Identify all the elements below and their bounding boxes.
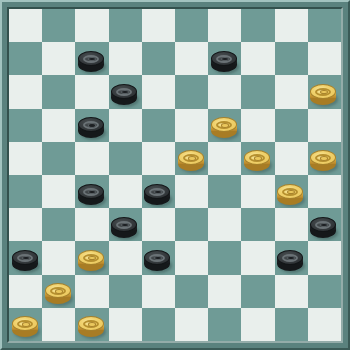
dark-piece[interactable]: ⛂ — [111, 84, 137, 105]
square-r0c0[interactable] — [9, 9, 42, 42]
square-r7c2[interactable]: ⛀ — [75, 241, 108, 274]
piece-center-ring — [221, 123, 229, 128]
piece-top-face — [78, 184, 104, 199]
dark-piece[interactable]: ⛂ — [144, 184, 170, 205]
square-r5c5[interactable] — [175, 175, 208, 208]
square-r4c4[interactable] — [142, 142, 175, 175]
square-r8c7[interactable] — [241, 275, 274, 308]
square-r6c2[interactable] — [75, 208, 108, 241]
square-r9c3[interactable] — [109, 308, 142, 341]
piece-top-face — [144, 184, 170, 199]
piece-top-face — [12, 250, 38, 265]
dark-piece[interactable]: ⛂ — [78, 117, 104, 138]
light-piece[interactable]: ⛀ — [310, 150, 336, 171]
dark-piece[interactable]: ⛂ — [78, 184, 104, 205]
square-r3c1[interactable] — [42, 109, 75, 142]
square-r2c0[interactable] — [9, 75, 42, 108]
piece-center-ring — [22, 322, 30, 327]
square-r8c6[interactable] — [208, 275, 241, 308]
square-r0c1[interactable] — [42, 9, 75, 42]
square-r2c2[interactable] — [75, 75, 108, 108]
square-r0c6[interactable] — [208, 9, 241, 42]
square-r7c1[interactable] — [42, 241, 75, 274]
light-piece[interactable]: ⛀ — [12, 316, 38, 337]
square-r6c7[interactable] — [241, 208, 274, 241]
checkers-board[interactable]: ⛂⛂⛂⛀⛂⛀⛀⛀⛀⛂⛂⛀⛂⛂⛂⛀⛂⛂⛀⛀⛀ — [7, 7, 343, 343]
square-r5c2[interactable]: ⛂ — [75, 175, 108, 208]
square-r5c1[interactable] — [42, 175, 75, 208]
piece-top-face — [111, 84, 137, 99]
square-r6c8[interactable] — [275, 208, 308, 241]
square-r4c3[interactable] — [109, 142, 142, 175]
square-r1c0[interactable] — [9, 42, 42, 75]
square-r2c6[interactable] — [208, 75, 241, 108]
square-r7c5[interactable] — [175, 241, 208, 274]
square-r8c3[interactable] — [109, 275, 142, 308]
square-r9c1[interactable] — [42, 308, 75, 341]
piece-top-face — [277, 184, 303, 199]
square-r0c5[interactable] — [175, 9, 208, 42]
dark-piece[interactable]: ⛂ — [211, 51, 237, 72]
piece-center-ring — [55, 289, 63, 294]
square-r1c6[interactable]: ⛂ — [208, 42, 241, 75]
square-r2c8[interactable] — [275, 75, 308, 108]
square-r8c9[interactable] — [308, 275, 341, 308]
square-r4c8[interactable] — [275, 142, 308, 175]
piece-top-face — [310, 217, 336, 232]
screenshot-root: ⛂⛂⛂⛀⛂⛀⛀⛀⛀⛂⛂⛀⛂⛂⛂⛀⛂⛂⛀⛀⛀ — [0, 0, 350, 350]
square-r7c7[interactable] — [241, 241, 274, 274]
square-r0c9[interactable] — [308, 9, 341, 42]
square-r1c5[interactable] — [175, 42, 208, 75]
light-piece[interactable]: ⛀ — [244, 150, 270, 171]
square-r5c9[interactable] — [308, 175, 341, 208]
square-r7c8[interactable]: ⛂ — [275, 241, 308, 274]
square-r5c7[interactable] — [241, 175, 274, 208]
square-r6c0[interactable] — [9, 208, 42, 241]
piece-top-face — [211, 117, 237, 132]
square-r5c4[interactable]: ⛂ — [142, 175, 175, 208]
square-r4c0[interactable] — [9, 142, 42, 175]
piece-center-ring — [221, 57, 229, 62]
square-r3c8[interactable] — [275, 109, 308, 142]
square-r4c5[interactable]: ⛀ — [175, 142, 208, 175]
square-r3c4[interactable] — [142, 109, 175, 142]
square-r1c3[interactable] — [109, 42, 142, 75]
piece-top-face — [111, 217, 137, 232]
board-frame: ⛂⛂⛂⛀⛂⛀⛀⛀⛀⛂⛂⛀⛂⛂⛂⛀⛂⛂⛀⛀⛀ — [0, 0, 350, 350]
square-r8c4[interactable] — [142, 275, 175, 308]
square-r4c9[interactable]: ⛀ — [308, 142, 341, 175]
square-r0c3[interactable] — [109, 9, 142, 42]
square-r0c8[interactable] — [275, 9, 308, 42]
square-r4c2[interactable] — [75, 142, 108, 175]
square-r2c5[interactable] — [175, 75, 208, 108]
square-r5c8[interactable]: ⛀ — [275, 175, 308, 208]
light-piece[interactable]: ⛀ — [178, 150, 204, 171]
light-piece[interactable]: ⛀ — [78, 316, 104, 337]
light-piece[interactable]: ⛀ — [277, 184, 303, 205]
square-r4c1[interactable] — [42, 142, 75, 175]
square-r9c9[interactable] — [308, 308, 341, 341]
square-r9c6[interactable] — [208, 308, 241, 341]
square-r0c2[interactable] — [75, 9, 108, 42]
square-r3c5[interactable] — [175, 109, 208, 142]
square-r5c0[interactable] — [9, 175, 42, 208]
piece-center-ring — [88, 190, 96, 195]
square-r2c4[interactable] — [142, 75, 175, 108]
square-r0c7[interactable] — [241, 9, 274, 42]
light-piece[interactable]: ⛀ — [310, 84, 336, 105]
dark-piece[interactable]: ⛂ — [12, 250, 38, 271]
square-r8c8[interactable] — [275, 275, 308, 308]
light-piece[interactable]: ⛀ — [45, 283, 71, 304]
square-r9c5[interactable] — [175, 308, 208, 341]
piece-center-ring — [88, 322, 96, 327]
light-piece[interactable]: ⛀ — [78, 250, 104, 271]
square-r6c3[interactable]: ⛂ — [109, 208, 142, 241]
square-r2c3[interactable]: ⛂ — [109, 75, 142, 108]
piece-center-ring — [254, 156, 262, 161]
square-r6c1[interactable] — [42, 208, 75, 241]
piece-top-face — [78, 250, 104, 265]
square-r9c2[interactable]: ⛀ — [75, 308, 108, 341]
light-piece[interactable]: ⛀ — [211, 117, 237, 138]
piece-top-face — [45, 283, 71, 298]
square-r3c9[interactable] — [308, 109, 341, 142]
piece-top-face — [211, 51, 237, 66]
square-r2c1[interactable] — [42, 75, 75, 108]
dark-piece[interactable]: ⛂ — [310, 217, 336, 238]
square-r6c5[interactable] — [175, 208, 208, 241]
square-r3c3[interactable] — [109, 109, 142, 142]
dark-piece[interactable]: ⛂ — [111, 217, 137, 238]
square-r6c4[interactable] — [142, 208, 175, 241]
square-r9c8[interactable] — [275, 308, 308, 341]
square-r3c7[interactable] — [241, 109, 274, 142]
square-r5c6[interactable] — [208, 175, 241, 208]
square-r7c9[interactable] — [308, 241, 341, 274]
square-r3c6[interactable]: ⛀ — [208, 109, 241, 142]
square-r7c4[interactable]: ⛂ — [142, 241, 175, 274]
square-r3c0[interactable] — [9, 109, 42, 142]
square-r1c2[interactable]: ⛂ — [75, 42, 108, 75]
square-r2c7[interactable] — [241, 75, 274, 108]
square-r3c2[interactable]: ⛂ — [75, 109, 108, 142]
square-r8c5[interactable] — [175, 275, 208, 308]
square-r8c0[interactable] — [9, 275, 42, 308]
square-r4c6[interactable] — [208, 142, 241, 175]
square-r7c6[interactable] — [208, 241, 241, 274]
square-r7c0[interactable]: ⛂ — [9, 241, 42, 274]
square-r9c4[interactable] — [142, 308, 175, 341]
square-r2c9[interactable]: ⛀ — [308, 75, 341, 108]
dark-piece[interactable]: ⛂ — [277, 250, 303, 271]
square-r1c4[interactable] — [142, 42, 175, 75]
square-r0c4[interactable] — [142, 9, 175, 42]
square-r1c9[interactable] — [308, 42, 341, 75]
square-r9c7[interactable] — [241, 308, 274, 341]
dark-piece[interactable]: ⛂ — [78, 51, 104, 72]
square-r7c3[interactable] — [109, 241, 142, 274]
square-r1c1[interactable] — [42, 42, 75, 75]
square-r4c7[interactable]: ⛀ — [241, 142, 274, 175]
square-r9c0[interactable]: ⛀ — [9, 308, 42, 341]
square-r6c9[interactable]: ⛂ — [308, 208, 341, 241]
square-r6c6[interactable] — [208, 208, 241, 241]
piece-top-face — [277, 250, 303, 265]
square-r1c8[interactable] — [275, 42, 308, 75]
square-r8c2[interactable] — [75, 275, 108, 308]
piece-top-face — [78, 51, 104, 66]
square-r5c3[interactable] — [109, 175, 142, 208]
dark-piece[interactable]: ⛂ — [144, 250, 170, 271]
square-r8c1[interactable]: ⛀ — [42, 275, 75, 308]
piece-center-ring — [88, 123, 96, 128]
square-r1c7[interactable] — [241, 42, 274, 75]
piece-center-ring — [188, 156, 196, 161]
